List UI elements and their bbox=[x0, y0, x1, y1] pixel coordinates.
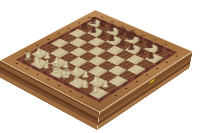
square-h6[interactable] bbox=[136, 59, 155, 69]
black-pawn[interactable]: ♟ bbox=[117, 38, 126, 46]
product-photo: ♜♞♝♛♚♝♞♜♟♟♟♟♟♟♟♟♟♟♟♟♟♟♟♟♜♞♝♛♚♝♞♜ bbox=[0, 0, 200, 133]
chess-case: ♜♞♝♛♚♝♞♜♟♟♟♟♟♟♟♟♟♟♟♟♟♟♟♟♜♞♝♛♚♝♞♜ bbox=[0, 10, 193, 113]
black-pawn[interactable]: ♟ bbox=[98, 30, 107, 38]
white-pawn[interactable]: ♟ bbox=[91, 75, 101, 84]
black-pawn[interactable]: ♟ bbox=[108, 34, 117, 42]
black-rook[interactable]: ♜ bbox=[155, 45, 165, 54]
black-knight[interactable]: ♞ bbox=[145, 40, 156, 50]
black-pawn[interactable]: ♟ bbox=[80, 22, 89, 30]
black-pawn[interactable]: ♟ bbox=[137, 47, 146, 56]
black-rook[interactable]: ♜ bbox=[89, 16, 99, 25]
brass-clasp-icon bbox=[149, 78, 155, 85]
square-h8[interactable]: ♜ bbox=[153, 48, 172, 58]
black-pawn[interactable]: ♟ bbox=[89, 26, 98, 34]
black-pawn[interactable]: ♟ bbox=[147, 52, 156, 61]
white-pawn[interactable]: ♟ bbox=[101, 80, 111, 89]
perspective-wrapper: ♜♞♝♛♚♝♞♜♟♟♟♟♟♟♟♟♟♟♟♟♟♟♟♟♜♞♝♛♚♝♞♜ bbox=[0, 0, 200, 133]
white-rook[interactable]: ♜ bbox=[90, 85, 101, 95]
case-top-face: ♜♞♝♛♚♝♞♜♟♟♟♟♟♟♟♟♟♟♟♟♟♟♟♟♜♞♝♛♚♝♞♜ bbox=[0, 10, 193, 113]
black-pawn[interactable]: ♟ bbox=[127, 43, 136, 51]
